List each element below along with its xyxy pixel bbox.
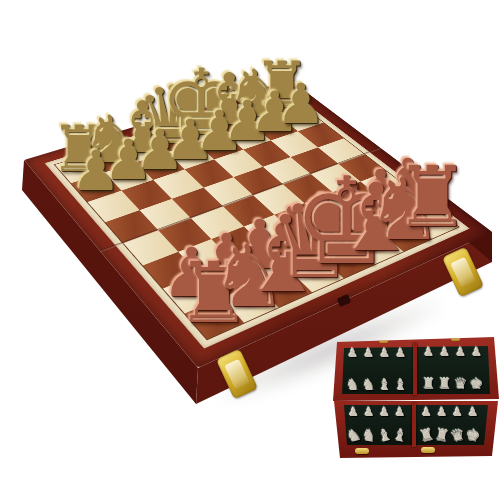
inset-piece-row: ♟♟♟♟ [419,406,481,418]
inset-base-divider [412,403,416,447]
inset-hinge [451,337,460,341]
inset-base-left-compartment: ♟♟♟♟♞♞♝♝ [346,406,408,444]
inset-piece-k: ♚ [470,377,483,392]
inset-piece-p: ♟ [348,406,359,418]
inset-piece-r: ♜ [422,377,435,392]
inset-piece-b: ♝ [378,378,391,393]
inset-piece-p: ♟ [380,347,391,359]
inset-base: ♟♟♟♟♞♞♝♝ ♟♟♟♟♜♜♛♚ [333,401,499,459]
inset-piece-p: ♟ [421,406,432,418]
inset-piece-p: ♟ [395,406,406,418]
inset-piece-k: ♚ [465,427,482,445]
inset-lid: ♟♟♟♟♞♞♝♝ ♟♟♟♟♜♜♛♚ [333,337,499,401]
latch-face [224,359,249,389]
inset-gold-clasp [421,447,435,453]
inset-piece-p: ♟ [364,406,375,418]
inset-piece-q: ♛ [454,377,467,392]
inset-piece-p: ♟ [468,406,479,418]
inset-piece-row: ♜♜♛♚ [419,428,481,444]
storage-box-inset: ♟♟♟♟♞♞♝♝ ♟♟♟♟♜♜♛♚ ♟♟♟♟♞♞♝♝ ♟♟♟♟♜♜♛♚ [333,337,499,463]
latch-face [450,257,475,287]
inset-piece-r: ♜ [434,427,451,445]
inset-piece-p: ♟ [452,406,463,418]
inset-hinge [379,339,388,343]
inset-piece-p: ♟ [364,347,375,359]
inset-lid-right-compartment: ♟♟♟♟♜♜♛♚ [421,346,485,392]
inset-piece-p: ♟ [472,346,483,358]
inset-piece-p: ♟ [379,406,390,418]
inset-piece-p: ♟ [456,346,467,358]
inset-piece-p: ♟ [440,346,451,358]
inset-piece-r: ♜ [438,377,451,392]
inset-piece-n: ♞ [361,427,378,445]
inset-piece-row: ♟♟♟♟ [346,406,408,418]
inset-piece-n: ♞ [362,378,375,393]
inset-base-right-compartment: ♟♟♟♟♜♜♛♚ [419,406,481,444]
inset-piece-p: ♟ [437,406,448,418]
inset-gold-clasp [355,448,369,454]
inset-piece-b: ♝ [394,378,407,393]
inset-piece-row: ♞♞♝♝ [345,378,409,393]
inset-piece-b: ♝ [392,427,409,445]
inset-lid-divider [413,343,417,395]
product-photo: ♜♞♝♛♚♝♞♜♟♟♟♟♟♟♟♟♟♟♟♟♟♟♟♟♜♞♝♛♚♝♞♜ ♟♟♟♟♞♞♝… [0,0,500,500]
inset-piece-row: ♜♜♛♚ [421,377,485,392]
inset-piece-p: ♟ [396,347,407,359]
inset-piece-n: ♞ [346,378,359,393]
inset-piece-row: ♟♟♟♟ [421,346,485,358]
inset-piece-row: ♟♟♟♟ [345,347,409,359]
inset-piece-row: ♞♞♝♝ [346,428,408,444]
inset-piece-p: ♟ [348,347,359,359]
inset-piece-p: ♟ [424,346,435,358]
inset-lid-left-compartment: ♟♟♟♟♞♞♝♝ [345,347,409,393]
